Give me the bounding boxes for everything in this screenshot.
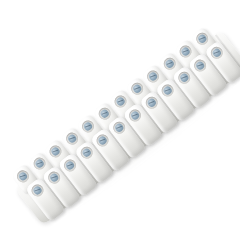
screw-head [32,185,43,196]
photo-canvas [0,0,240,240]
screw-head [164,58,175,69]
screw-head [99,108,110,119]
screw-head [113,122,124,133]
screw-head [115,96,126,107]
screw-head [178,72,189,83]
front-terminal-row [25,40,240,222]
screw-recess [177,43,194,60]
screw-head [211,47,222,58]
screw-head [162,85,173,96]
screw-head [97,135,108,146]
screw-recess [159,82,176,99]
screw-recess [96,105,113,122]
screw-head [48,172,59,183]
screw-recess [143,94,160,111]
screw-recess [112,93,129,110]
screw-head [34,158,45,169]
screw-recess [192,57,209,74]
screw-recess [62,157,79,174]
screw-head [131,83,142,94]
screw-recess [194,31,211,48]
screw-head [66,133,77,144]
screw-head [195,60,206,71]
screw-recess [176,70,193,87]
screw-recess [31,155,48,172]
screw-head [18,171,29,182]
screw-recess [80,118,97,135]
screw-head [83,121,94,132]
screw-recess [64,130,81,147]
screw-recess [29,182,46,199]
screw-head [180,46,191,57]
screw-recess [94,132,111,149]
screw-recess [111,119,128,136]
screw-recess [46,169,63,186]
screw-head [130,110,141,121]
terminal-strip [6,19,240,228]
screw-recess [208,45,225,62]
screw-head [148,71,159,82]
screw-recess [47,143,64,160]
screw-head [65,160,76,171]
screw-recess [127,107,144,124]
screw-recess [161,55,178,72]
screw-recess [145,68,162,85]
screw-head [146,97,157,108]
screw-head [196,33,207,44]
screw-recess [15,168,32,185]
screw-recess [78,144,95,161]
screw-head [81,147,92,158]
screw-head [50,146,61,157]
screw-recess [129,80,146,97]
